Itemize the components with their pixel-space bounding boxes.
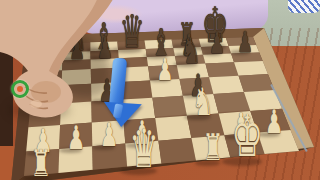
knuckle-highlight: [30, 100, 42, 108]
video-frame: ♜♞♝♛♜♚♟♟♟♝♟♟♟♞♟♟♟♞♟♟♟♟♟♟♜♛♜♚: [0, 0, 320, 180]
green-circle-center-dot: [17, 86, 23, 92]
presenter-arm: [0, 0, 320, 180]
green-circle-annotation: [11, 80, 29, 98]
